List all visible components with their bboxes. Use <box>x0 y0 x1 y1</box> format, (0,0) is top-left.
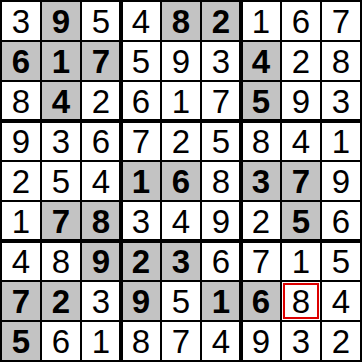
cell-r7c5[interactable]: 3 <box>162 242 200 280</box>
sudoku-board: 3954821676175934288426175939367258412541… <box>0 0 362 362</box>
cell-r2c5[interactable]: 9 <box>162 42 200 80</box>
cell-r4c5[interactable]: 2 <box>162 122 200 160</box>
cell-r7c4[interactable]: 2 <box>122 242 160 280</box>
cell-r3c1[interactable]: 8 <box>2 82 40 120</box>
cell-r1c2[interactable]: 9 <box>42 2 80 40</box>
cell-r7c3[interactable]: 9 <box>82 242 120 280</box>
cell-r9c8[interactable]: 3 <box>282 322 320 360</box>
cell-r9c9[interactable]: 2 <box>322 322 360 360</box>
cell-r4c4[interactable]: 7 <box>122 122 160 160</box>
cell-r6c3[interactable]: 8 <box>82 202 120 240</box>
cell-r8c1[interactable]: 7 <box>2 282 40 320</box>
cell-r6c5[interactable]: 4 <box>162 202 200 240</box>
cell-r7c1[interactable]: 4 <box>2 242 40 280</box>
cell-r1c9[interactable]: 7 <box>322 2 360 40</box>
cell-r4c9[interactable]: 1 <box>322 122 360 160</box>
cell-r7c6[interactable]: 6 <box>202 242 240 280</box>
cell-r3c8[interactable]: 9 <box>282 82 320 120</box>
cell-r9c6[interactable]: 4 <box>202 322 240 360</box>
cell-r8c7[interactable]: 6 <box>242 282 280 320</box>
cell-r9c3[interactable]: 1 <box>82 322 120 360</box>
cell-r5c6[interactable]: 8 <box>202 162 240 200</box>
cell-r7c7[interactable]: 7 <box>242 242 280 280</box>
cell-r2c2[interactable]: 1 <box>42 42 80 80</box>
cell-r7c8[interactable]: 1 <box>282 242 320 280</box>
cell-r3c6[interactable]: 7 <box>202 82 240 120</box>
cell-r8c4[interactable]: 9 <box>122 282 160 320</box>
cell-r6c6[interactable]: 9 <box>202 202 240 240</box>
cell-r8c5[interactable]: 5 <box>162 282 200 320</box>
cell-r6c4[interactable]: 3 <box>122 202 160 240</box>
cell-r8c3[interactable]: 3 <box>82 282 120 320</box>
cell-r1c7[interactable]: 1 <box>242 2 280 40</box>
cell-r9c5[interactable]: 7 <box>162 322 200 360</box>
cell-r2c4[interactable]: 5 <box>122 42 160 80</box>
cell-r5c9[interactable]: 9 <box>322 162 360 200</box>
cell-r3c2[interactable]: 4 <box>42 82 80 120</box>
cell-r4c6[interactable]: 5 <box>202 122 240 160</box>
cell-r6c1[interactable]: 1 <box>2 202 40 240</box>
cell-r3c7[interactable]: 5 <box>242 82 280 120</box>
cell-r5c1[interactable]: 2 <box>2 162 40 200</box>
cell-r1c8[interactable]: 6 <box>282 2 320 40</box>
cell-r7c9[interactable]: 5 <box>322 242 360 280</box>
cell-r3c3[interactable]: 2 <box>82 82 120 120</box>
cell-r5c5[interactable]: 6 <box>162 162 200 200</box>
cell-r3c5[interactable]: 1 <box>162 82 200 120</box>
cell-r8c6[interactable]: 1 <box>202 282 240 320</box>
cell-r9c7[interactable]: 9 <box>242 322 280 360</box>
cell-r9c2[interactable]: 6 <box>42 322 80 360</box>
cell-r2c6[interactable]: 3 <box>202 42 240 80</box>
cell-r7c2[interactable]: 8 <box>42 242 80 280</box>
cell-r4c3[interactable]: 6 <box>82 122 120 160</box>
cell-r8c8[interactable]: 8 <box>282 282 320 320</box>
cell-r1c1[interactable]: 3 <box>2 2 40 40</box>
cell-r5c3[interactable]: 4 <box>82 162 120 200</box>
cell-r4c8[interactable]: 4 <box>282 122 320 160</box>
sudoku-grid: 3954821676175934288426175939367258412541… <box>2 2 360 360</box>
cell-r5c7[interactable]: 3 <box>242 162 280 200</box>
cell-r3c9[interactable]: 3 <box>322 82 360 120</box>
cell-r2c3[interactable]: 7 <box>82 42 120 80</box>
cell-r8c9[interactable]: 4 <box>322 282 360 320</box>
cell-r6c8[interactable]: 5 <box>282 202 320 240</box>
cell-r5c2[interactable]: 5 <box>42 162 80 200</box>
cell-r4c2[interactable]: 3 <box>42 122 80 160</box>
cell-r1c5[interactable]: 8 <box>162 2 200 40</box>
cell-r9c1[interactable]: 5 <box>2 322 40 360</box>
cell-r2c7[interactable]: 4 <box>242 42 280 80</box>
cell-r2c9[interactable]: 8 <box>322 42 360 80</box>
cell-r3c4[interactable]: 6 <box>122 82 160 120</box>
cell-r6c7[interactable]: 2 <box>242 202 280 240</box>
cell-r2c8[interactable]: 2 <box>282 42 320 80</box>
cell-r5c8[interactable]: 7 <box>282 162 320 200</box>
cell-r4c1[interactable]: 9 <box>2 122 40 160</box>
cell-r1c4[interactable]: 4 <box>122 2 160 40</box>
cell-r8c2[interactable]: 2 <box>42 282 80 320</box>
cell-r5c4[interactable]: 1 <box>122 162 160 200</box>
cell-r1c6[interactable]: 2 <box>202 2 240 40</box>
cell-r2c1[interactable]: 6 <box>2 42 40 80</box>
cell-r6c9[interactable]: 6 <box>322 202 360 240</box>
cell-r4c7[interactable]: 8 <box>242 122 280 160</box>
cell-r9c4[interactable]: 8 <box>122 322 160 360</box>
cell-r6c2[interactable]: 7 <box>42 202 80 240</box>
cell-r1c3[interactable]: 5 <box>82 2 120 40</box>
